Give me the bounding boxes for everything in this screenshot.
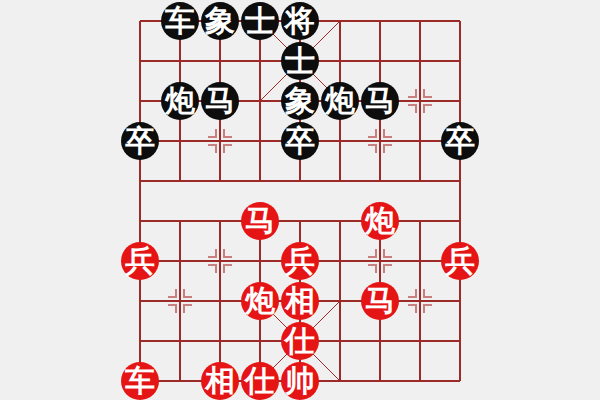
piece-black-advisor[interactable]: 士: [241, 2, 279, 40]
piece-glyph: 将: [285, 6, 315, 36]
piece-glyph: 仕: [285, 326, 315, 356]
piece-glyph: 车: [125, 366, 155, 396]
piece-glyph: 马: [365, 286, 395, 316]
piece-black-horse[interactable]: 马: [201, 82, 239, 120]
piece-glyph: 车: [165, 6, 195, 36]
piece-red-cannon[interactable]: 炮: [361, 202, 399, 240]
piece-glyph: 士: [245, 6, 275, 36]
piece-glyph: 相: [285, 286, 315, 316]
piece-glyph: 象: [285, 86, 315, 116]
piece-red-chariot[interactable]: 车: [121, 362, 159, 400]
piece-glyph: 仕: [245, 366, 275, 396]
piece-glyph: 卒: [125, 126, 155, 156]
piece-red-elephant[interactable]: 相: [281, 282, 319, 320]
xiangqi-app: 车象士将士炮马象炮马卒卒卒马炮兵兵兵炮相马仕车相仕帅: [0, 0, 600, 400]
piece-red-pawn[interactable]: 兵: [121, 242, 159, 280]
piece-glyph: 马: [245, 206, 275, 236]
piece-glyph: 兵: [445, 246, 475, 276]
piece-black-elephant[interactable]: 象: [281, 82, 319, 120]
piece-black-chariot[interactable]: 车: [161, 2, 199, 40]
piece-black-pawn[interactable]: 卒: [281, 122, 319, 160]
piece-glyph: 炮: [325, 86, 355, 116]
piece-black-cannon[interactable]: 炮: [161, 82, 199, 120]
piece-black-horse[interactable]: 马: [361, 82, 399, 120]
piece-red-general[interactable]: 帅: [281, 362, 319, 400]
piece-glyph: 士: [285, 46, 315, 76]
piece-glyph: 相: [205, 366, 235, 396]
piece-glyph: 帅: [285, 366, 315, 396]
piece-glyph: 兵: [285, 246, 315, 276]
piece-red-cannon[interactable]: 炮: [241, 282, 279, 320]
piece-glyph: 卒: [445, 126, 475, 156]
piece-black-cannon[interactable]: 炮: [321, 82, 359, 120]
piece-glyph: 象: [205, 6, 235, 36]
piece-glyph: 炮: [245, 286, 275, 316]
piece-red-elephant[interactable]: 相: [201, 362, 239, 400]
piece-black-advisor[interactable]: 士: [281, 42, 319, 80]
piece-glyph: 炮: [365, 206, 395, 236]
piece-red-pawn[interactable]: 兵: [441, 242, 479, 280]
piece-red-advisor[interactable]: 仕: [281, 322, 319, 360]
piece-glyph: 马: [205, 86, 235, 116]
piece-red-pawn[interactable]: 兵: [281, 242, 319, 280]
piece-glyph: 马: [365, 86, 395, 116]
piece-black-pawn[interactable]: 卒: [121, 122, 159, 160]
piece-red-horse[interactable]: 马: [241, 202, 279, 240]
piece-red-horse[interactable]: 马: [361, 282, 399, 320]
piece-black-elephant[interactable]: 象: [201, 2, 239, 40]
piece-grid: 车象士将士炮马象炮马卒卒卒马炮兵兵兵炮相马仕车相仕帅: [120, 1, 480, 400]
piece-glyph: 炮: [165, 86, 195, 116]
piece-glyph: 兵: [125, 246, 155, 276]
piece-red-advisor[interactable]: 仕: [241, 362, 279, 400]
piece-black-general[interactable]: 将: [281, 2, 319, 40]
piece-glyph: 卒: [285, 126, 315, 156]
piece-black-pawn[interactable]: 卒: [441, 122, 479, 160]
